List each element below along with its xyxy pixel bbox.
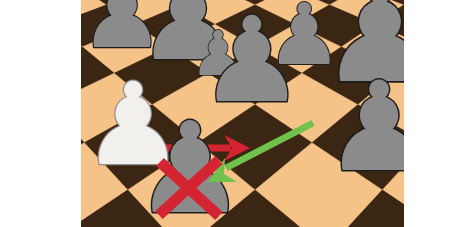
green-arrow-and-red-x: [81, 0, 404, 227]
board-clip-area: ♟♟♟♟♟♟♟ ♟♟: [81, 0, 404, 227]
green-arrow-shaft: [226, 123, 313, 168]
chess-illustration: ♟♟♟♟♟♟♟ ♟♟: [0, 0, 474, 227]
